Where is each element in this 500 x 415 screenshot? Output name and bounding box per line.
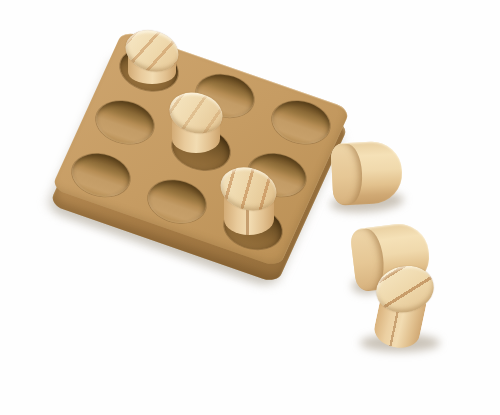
loose-peg-1[interactable] xyxy=(330,140,403,206)
hole-empty xyxy=(89,94,162,151)
hole-empty xyxy=(65,146,138,203)
peg-r3c3[interactable] xyxy=(220,168,278,236)
peg-r1c1[interactable] xyxy=(124,31,180,85)
scene xyxy=(0,0,500,415)
hole-empty xyxy=(141,173,214,230)
peg-r2c2[interactable] xyxy=(168,93,224,154)
hole-empty xyxy=(265,94,338,151)
